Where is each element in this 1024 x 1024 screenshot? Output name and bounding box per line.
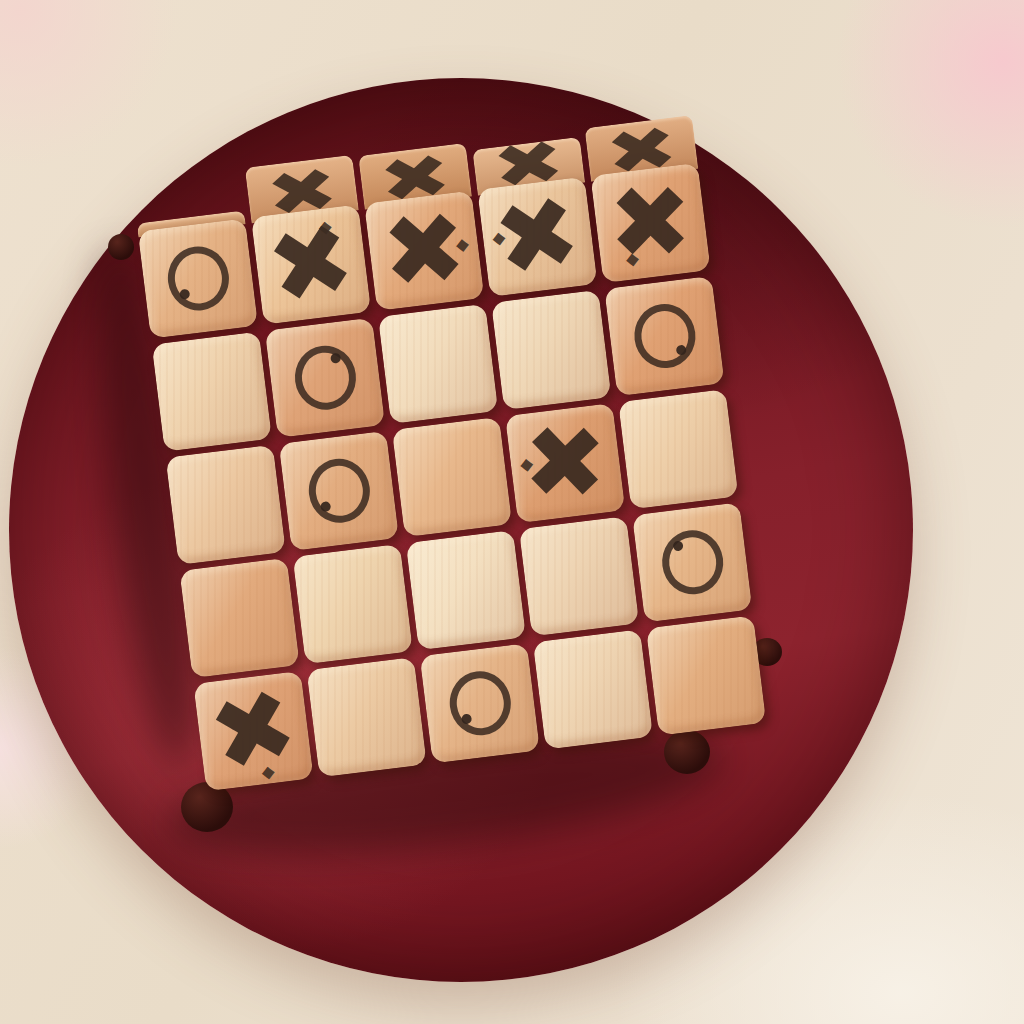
cube-r1c3-x[interactable]: ✖◆: [364, 191, 484, 311]
cube-r2c1-blank[interactable]: [152, 331, 272, 451]
o-mark: [658, 527, 726, 598]
x-accent-diamond: ◆: [318, 218, 333, 236]
cube-r1c4-x[interactable]: ✖◆: [477, 177, 597, 297]
o-mark: [446, 668, 514, 739]
cube-r4c2-blank[interactable]: [293, 544, 413, 664]
x-accent-diamond: ◆: [455, 235, 470, 253]
x-mark: ✖: [200, 672, 307, 790]
cube-r2c4-blank[interactable]: [491, 290, 611, 410]
cube-grid-cells: ✖◆✖◆✖◆✖◆✖◆✖◆: [138, 163, 767, 792]
o-accent-dot: [320, 501, 331, 512]
x-mark: ✖: [608, 172, 694, 273]
x-accent-diamond: ◆: [625, 250, 640, 268]
x-mark: ✖: [260, 207, 363, 322]
cube-r1c2-x[interactable]: ✖◆: [251, 204, 371, 324]
o-accent-dot: [330, 353, 341, 364]
cube-r3c1-blank[interactable]: [166, 445, 286, 565]
table-surface: qui ✕ ✖✖✖✖ ✖◆✖◆✖◆✖◆✖◆✖◆: [0, 0, 1024, 1024]
o-mark: [630, 301, 698, 372]
cube-r4c1-blank[interactable]: [179, 558, 299, 678]
x-accent-diamond: ◆: [261, 763, 276, 781]
o-mark: [164, 243, 232, 314]
cube-r4c4-blank[interactable]: [519, 516, 639, 636]
cube-grid: ✖✖✖✖ ✖◆✖◆✖◆✖◆✖◆✖◆: [138, 163, 767, 792]
x-accent-diamond: ◆: [519, 455, 534, 473]
cube-r4c5-o[interactable]: [632, 502, 752, 622]
o-mark: [305, 455, 373, 526]
o-accent-dot: [675, 345, 686, 356]
x-accent-diamond: ◆: [491, 229, 506, 247]
board-foot-bottom-right: [664, 730, 710, 774]
cube-r3c5-blank[interactable]: [618, 389, 738, 509]
cube-r3c3-blank[interactable]: [392, 417, 512, 537]
cube-r5c1-x[interactable]: ✖◆: [193, 671, 313, 791]
cube-r2c5-o[interactable]: [604, 276, 724, 396]
x-mark: ✖: [522, 412, 608, 513]
cube-r3c2-o[interactable]: [279, 431, 399, 551]
o-accent-dot: [179, 289, 190, 300]
cube-r5c3-o[interactable]: [420, 643, 540, 763]
cube-r3c4-x[interactable]: ✖◆: [505, 403, 625, 523]
cube-r2c3-blank[interactable]: [378, 304, 498, 424]
cube-r4c3-blank[interactable]: [406, 530, 526, 650]
cube-r1c5-x[interactable]: ✖◆: [590, 163, 710, 283]
cube-r5c2-blank[interactable]: [306, 657, 426, 777]
o-mark: [291, 342, 359, 413]
cube-r5c5-blank[interactable]: [646, 615, 766, 735]
o-accent-dot: [461, 714, 472, 725]
cube-r2c2-o[interactable]: [265, 318, 385, 438]
o-accent-dot: [672, 540, 683, 551]
cube-r5c4-blank[interactable]: [533, 629, 653, 749]
board-foot-top-left: [108, 234, 134, 260]
cube-r1c1-o[interactable]: [138, 218, 258, 338]
